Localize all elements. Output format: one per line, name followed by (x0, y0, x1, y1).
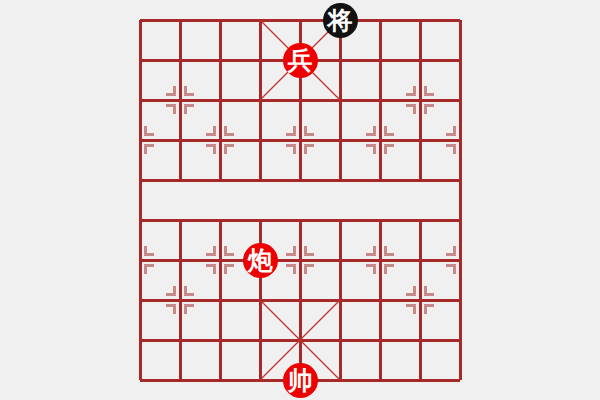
piece-red-soldier[interactable]: 兵 (283, 43, 318, 78)
piece-red-cannon[interactable]: 炮 (243, 243, 278, 278)
xiangqi-app: 将兵炮帅 (0, 0, 600, 400)
xiangqi-board: 将兵炮帅 (120, 0, 480, 400)
piece-black-general[interactable]: 将 (323, 3, 358, 38)
piece-red-general[interactable]: 帅 (283, 363, 318, 398)
